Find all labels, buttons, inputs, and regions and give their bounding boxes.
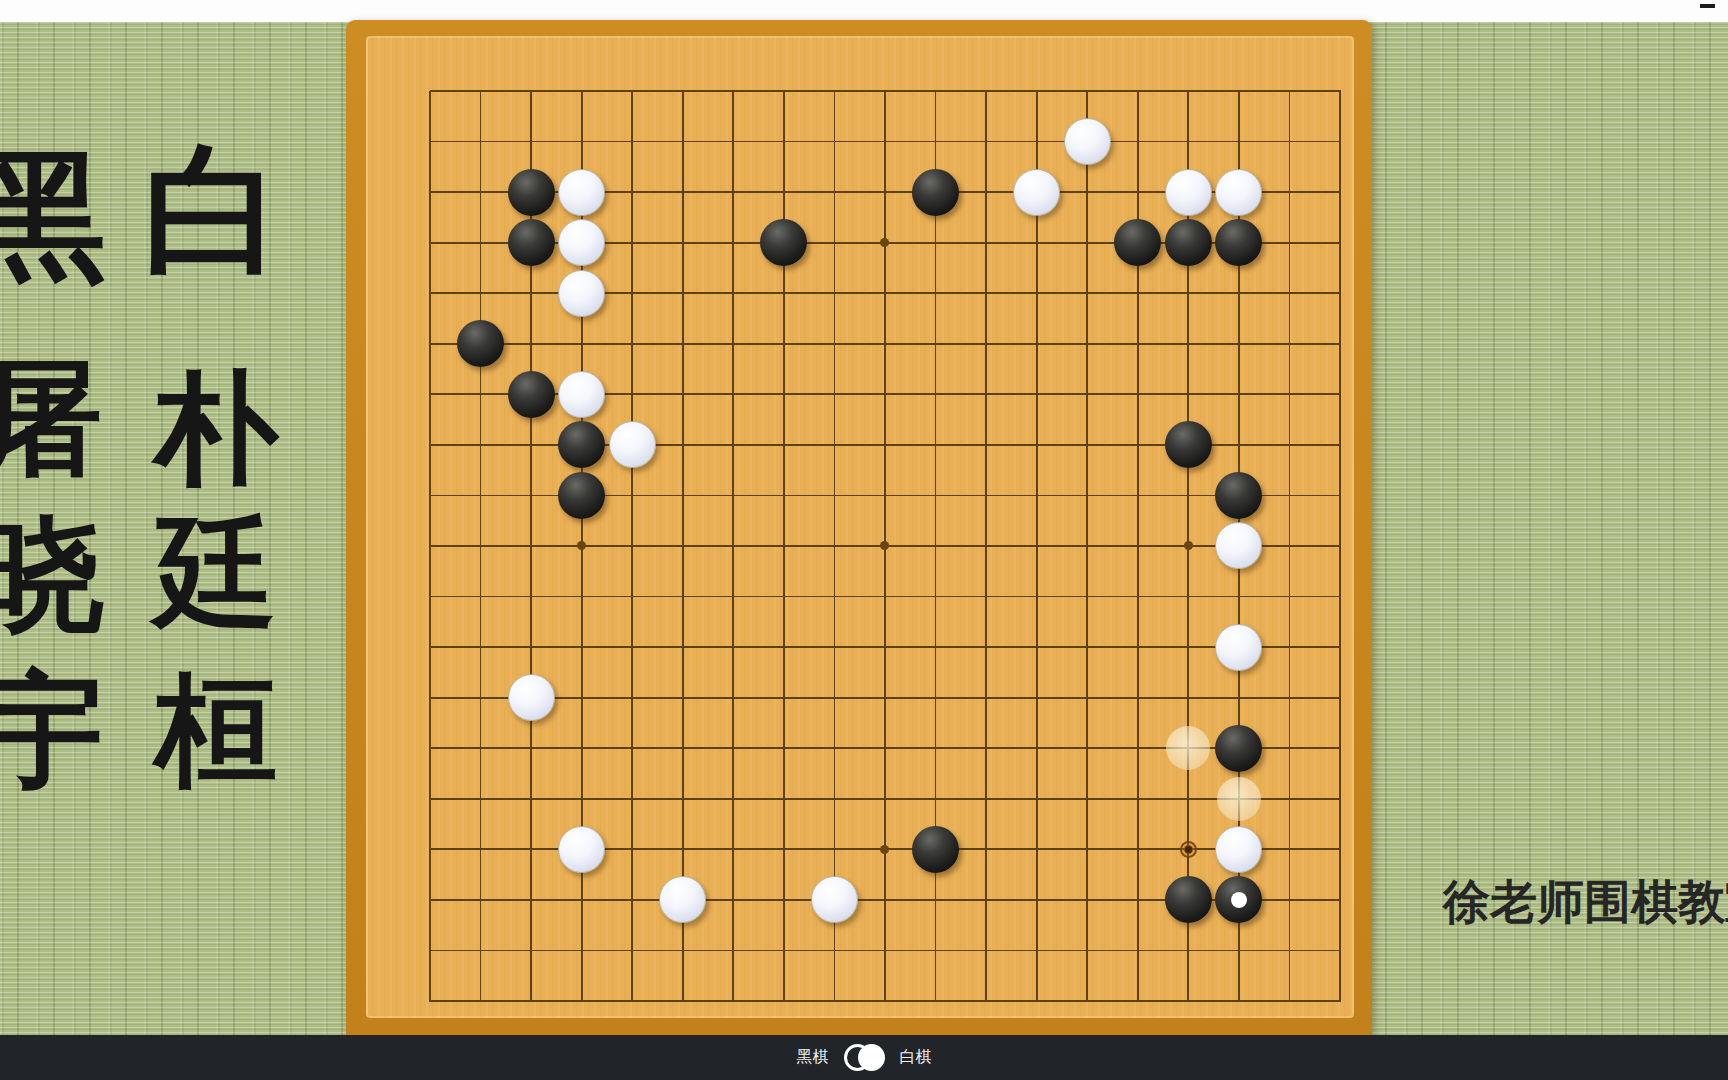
black-stone: [912, 826, 959, 873]
white-stone: [1215, 826, 1262, 873]
highlight-ring-marker: [1180, 841, 1197, 858]
black-player-label: 黑: [0, 146, 106, 287]
grid-line-horizontal: [430, 1000, 1341, 1002]
black-stone: [1215, 876, 1262, 923]
black-player-name-char-1: 屠: [0, 356, 102, 480]
white-stone: [609, 421, 656, 468]
black-stone: [912, 169, 959, 216]
window-top-strip: [0, 0, 1728, 22]
star-point: [880, 845, 889, 854]
go-board[interactable]: [346, 20, 1372, 1035]
black-player-name-char-3: 宇: [0, 668, 104, 792]
white-stone: [1064, 118, 1111, 165]
black-stone: [558, 472, 605, 519]
toggle-label-white: 白棋: [900, 1047, 932, 1068]
white-stone: [558, 826, 605, 873]
star-point: [577, 541, 586, 550]
white-stone: [558, 270, 605, 317]
white-stone: [1215, 522, 1262, 569]
bottom-bar: 黑棋 白棋: [0, 1035, 1728, 1080]
white-stone: [508, 674, 555, 721]
grid-line-vertical: [1339, 91, 1341, 1002]
last-move-marker: [1231, 892, 1247, 908]
grid-line-vertical: [1036, 91, 1038, 1002]
star-point: [880, 541, 889, 550]
ghost-white-stone: [1166, 726, 1210, 770]
white-player-label: 白: [143, 140, 284, 281]
black-stone: [457, 320, 504, 367]
minimize-dash-icon[interactable]: [1700, 4, 1715, 8]
white-stone: [558, 219, 605, 266]
black-stone: [558, 421, 605, 468]
stage: 黑 白 屠 晓 宇 朴 廷 桓 徐老师围棋教室 黑棋 白棋: [0, 0, 1728, 1080]
black-stone: [1114, 219, 1161, 266]
white-stone: [558, 169, 605, 216]
grid-line-horizontal: [430, 646, 1341, 648]
white-stone: [1215, 624, 1262, 671]
grid-line-horizontal: [430, 950, 1341, 952]
stone-color-toggle[interactable]: [844, 1044, 885, 1071]
white-player-name-char-3: 桓: [155, 669, 277, 791]
white-stone: [558, 371, 605, 418]
white-stone: [659, 876, 706, 923]
grid-line-vertical: [1289, 91, 1291, 1002]
black-stone: [508, 219, 555, 266]
black-stone: [1215, 472, 1262, 519]
white-stone: [1013, 169, 1060, 216]
go-board-surface[interactable]: [366, 36, 1354, 1018]
black-stone: [1165, 876, 1212, 923]
star-point: [880, 238, 889, 247]
white-player-name-char-2: 廷: [155, 512, 277, 634]
go-board-grid: [430, 91, 1340, 1001]
black-player-name-char-2: 晓: [0, 513, 104, 637]
toggle-label-black: 黑棋: [797, 1047, 829, 1068]
grid-line-vertical: [985, 91, 987, 1002]
black-stone: [1165, 219, 1212, 266]
black-stone: [508, 169, 555, 216]
toggle-knob-icon: [858, 1044, 885, 1071]
white-player-name-char-1: 朴: [155, 367, 277, 489]
black-stone: [1215, 219, 1262, 266]
black-stone: [760, 219, 807, 266]
white-stone: [1165, 169, 1212, 216]
white-stone: [1215, 169, 1262, 216]
star-point: [1184, 541, 1193, 550]
black-stone: [1165, 421, 1212, 468]
black-stone: [1215, 725, 1262, 772]
grid-line-horizontal: [430, 697, 1341, 699]
grid-line-horizontal: [430, 798, 1341, 800]
white-stone: [811, 876, 858, 923]
black-stone: [508, 371, 555, 418]
grid-line-vertical: [1086, 91, 1088, 1002]
ghost-white-stone: [1217, 777, 1261, 821]
watermark-text: 徐老师围棋教室: [1443, 871, 1728, 934]
grid-line-horizontal: [430, 596, 1341, 598]
